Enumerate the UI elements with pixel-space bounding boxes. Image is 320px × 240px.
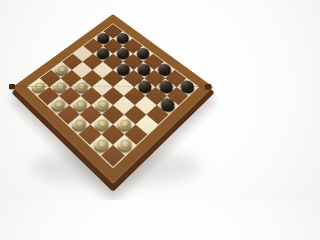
dark-piece[interactable] [117, 33, 129, 42]
fold-seam [14, 86, 212, 87]
dark-piece[interactable] [158, 64, 172, 74]
dark-piece[interactable] [160, 98, 174, 109]
light-piece[interactable] [94, 137, 108, 150]
light-piece[interactable] [95, 117, 109, 129]
dark-piece[interactable] [137, 64, 150, 74]
light-piece[interactable] [72, 117, 86, 129]
light-piece[interactable] [117, 117, 131, 129]
dark-piece[interactable] [117, 48, 129, 58]
light-piece[interactable] [117, 137, 131, 150]
dark-piece[interactable] [97, 48, 109, 58]
hinge-right-icon [205, 84, 211, 89]
dark-piece[interactable] [97, 33, 109, 42]
dark-piece[interactable] [117, 64, 130, 74]
light-piece[interactable] [55, 64, 69, 74]
board-grid [27, 23, 200, 168]
hinge-left-icon [9, 84, 15, 89]
light-piece[interactable] [95, 98, 109, 109]
dark-piece[interactable] [137, 48, 150, 58]
light-piece[interactable] [51, 98, 65, 109]
light-piece[interactable] [73, 98, 87, 109]
